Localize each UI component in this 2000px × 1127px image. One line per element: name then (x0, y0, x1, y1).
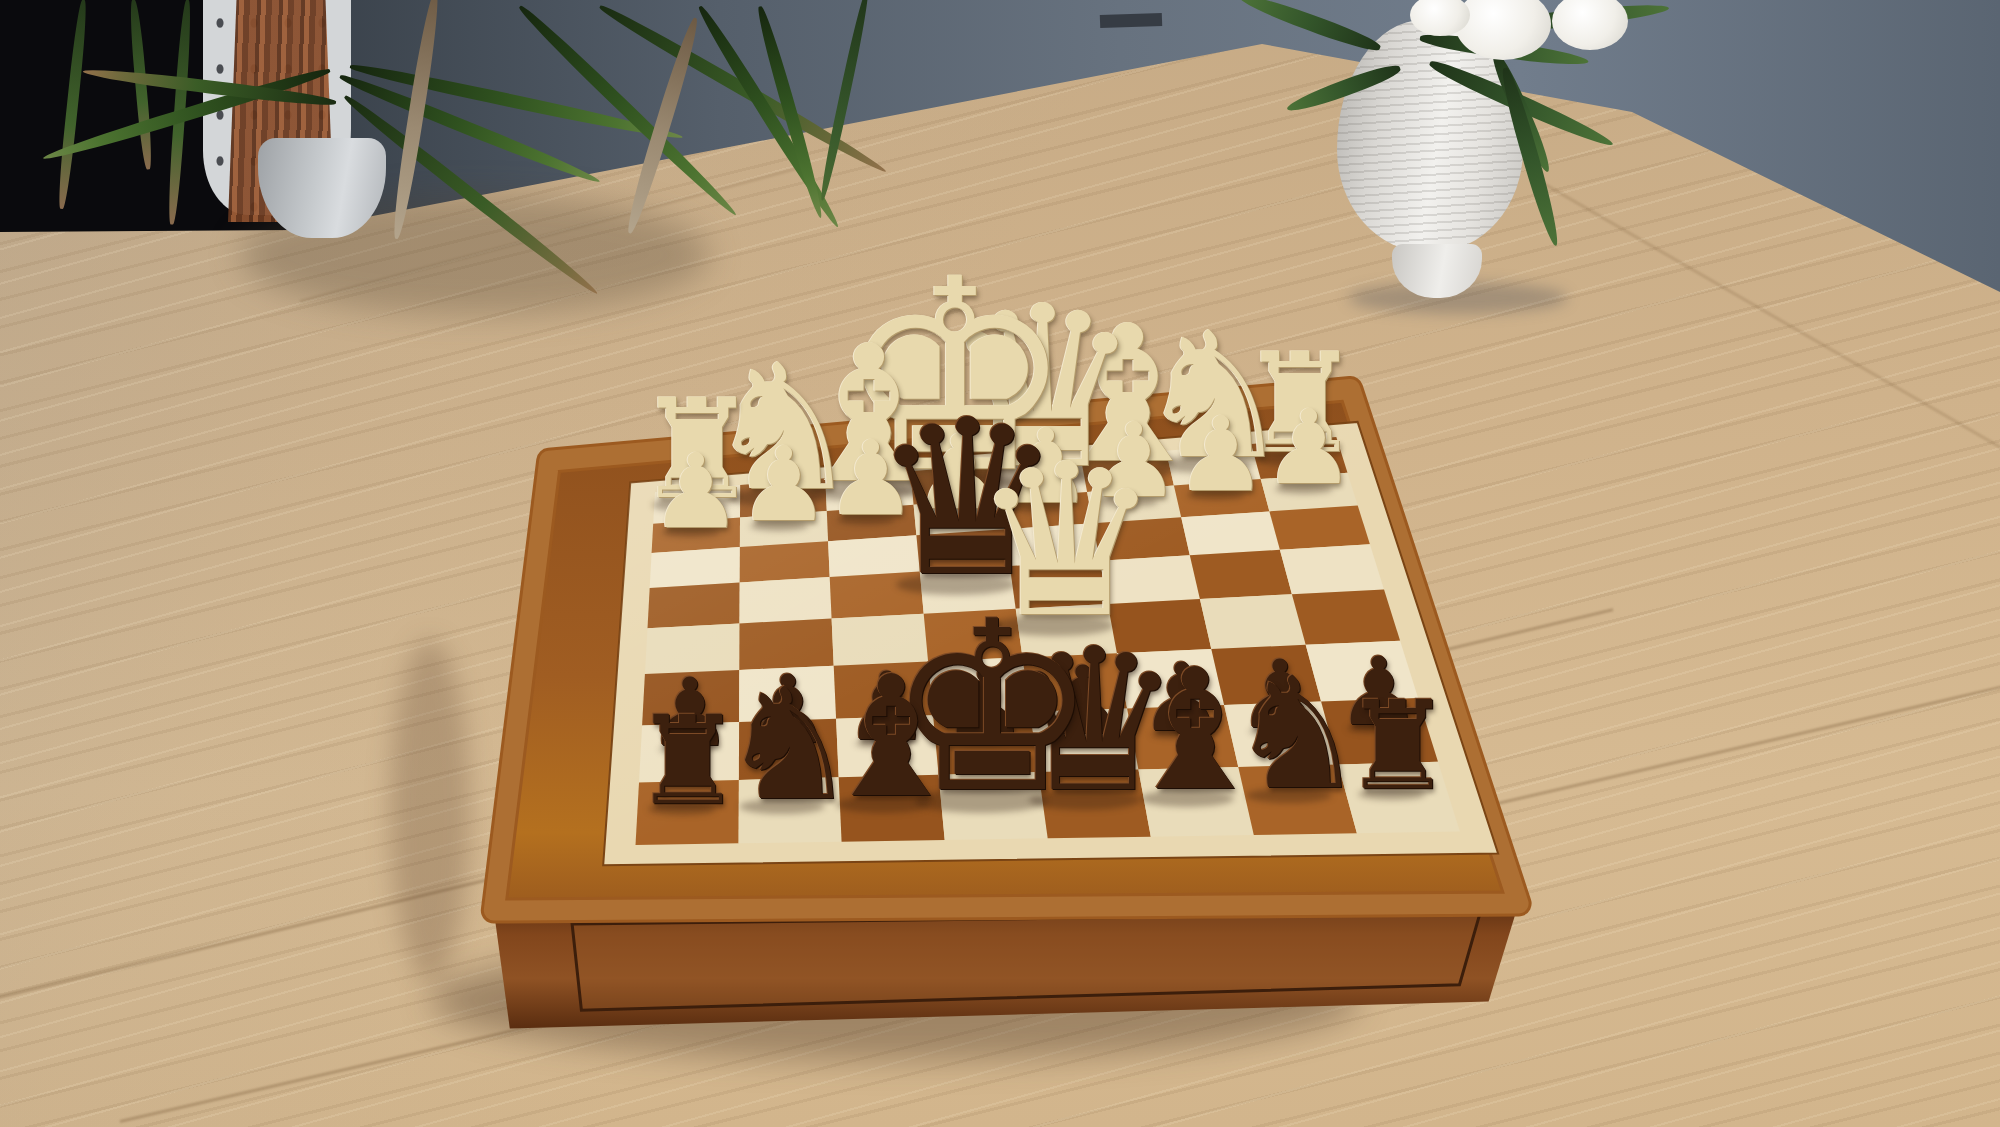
piece-white-pawn-g2[interactable]: ♟ (738, 433, 830, 536)
pieces-layer: ♜♞♝♛♚♝♞♜♟♟♟♟♟♟♟♟♛♛♟♟♟♟♟♟♟♟♜♞♝♛♚♝♞♜ (0, 0, 2000, 1127)
piece-white-pawn-b2[interactable]: ♟ (1175, 403, 1267, 506)
piece-white-pawn-a2[interactable]: ♟ (1263, 396, 1355, 499)
piece-black-rook-h8[interactable]: ♜ (633, 700, 742, 822)
scene-photo: ♜♞♝♛♚♝♞♜♟♟♟♟♟♟♟♟♛♛♟♟♟♟♟♟♟♟♜♞♝♛♚♝♞♜ rnbqk… (0, 0, 2000, 1127)
piece-white-pawn-h2[interactable]: ♟ (650, 440, 742, 543)
